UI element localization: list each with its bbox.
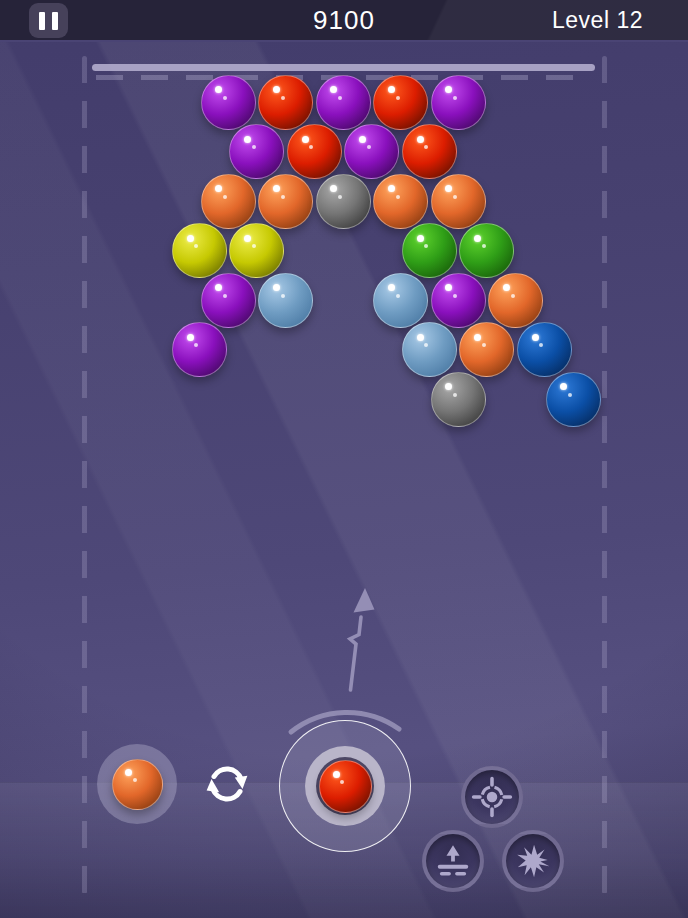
next-bubble [112,759,163,810]
burst-icon [512,840,554,882]
powerup-bomb-button[interactable] [502,830,564,892]
powerup-guide-line-button[interactable] [422,830,484,892]
bubble-purple [344,124,399,179]
bubble-purple [316,75,371,130]
pause-icon [39,12,45,30]
crosshair-icon [471,776,513,818]
bubble-darkblue [546,372,601,427]
bubble-orange [201,174,256,229]
bubble-lightblue [402,322,457,377]
left-dashed-border [82,56,87,894]
bubble-green [402,223,457,278]
swap-up-arrowhead [207,779,220,792]
guide-line-icon [432,840,474,882]
ceiling-bar [92,64,595,71]
bubble-gray [431,372,486,427]
top-bar: 9100 Level 12 [0,0,688,40]
bubble-purple [201,75,256,130]
bubble-yellow [172,223,227,278]
current-bubble[interactable] [319,760,372,813]
bubble-green [459,223,514,278]
right-dashed-border [602,56,607,894]
bubble-purple [431,273,486,328]
bubble-purple [431,75,486,130]
bubble-orange [431,174,486,229]
bubble-red [373,75,428,130]
bubble-purple [201,273,256,328]
bubble-red [402,124,457,179]
bubble-orange [373,174,428,229]
topbar-edge [0,40,688,42]
aim-arrow-line [350,617,361,690]
pause-button[interactable] [29,3,68,38]
bubble-orange [488,273,543,328]
bubble-yellow [229,223,284,278]
bubble-gray [316,174,371,229]
game-screen: 9100 Level 12 [0,0,688,918]
bubble-lightblue [373,273,428,328]
pause-icon [52,12,58,30]
swap-down-arrowhead [235,776,248,789]
bubble-darkblue [517,322,572,377]
swap-arrows-icon[interactable] [199,756,255,812]
bubble-red [258,75,313,130]
bubble-lightblue [258,273,313,328]
bubble-orange [459,322,514,377]
bubble-purple [172,322,227,377]
powerup-target-button[interactable] [461,766,523,828]
level-display: Level 12 [552,0,643,40]
bubble-purple [229,124,284,179]
bubble-orange [258,174,313,229]
aim-arrow-head [354,588,375,613]
bubble-red [287,124,342,179]
